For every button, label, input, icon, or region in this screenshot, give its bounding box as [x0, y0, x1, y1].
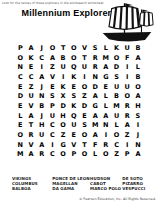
grid-cell-r11c7: T	[79, 140, 90, 150]
grid-cell-r10c2: R	[26, 130, 37, 140]
grid-cell-r6c6: S	[68, 91, 79, 101]
grid-cell-r5c7: O	[79, 82, 90, 92]
grid-cell-r4c7: I	[79, 72, 90, 82]
grid-cell-r7c11: R	[122, 101, 133, 111]
grid-cell-r6c10: B	[111, 91, 122, 101]
grid-cell-r7c1: E	[15, 101, 26, 111]
word-item: DA GAMA	[52, 186, 90, 191]
grid-cell-r1c7: V	[79, 43, 90, 53]
grid-cell-r11c10: C	[111, 140, 122, 150]
grid-cell-r12c11: P	[122, 150, 133, 160]
grid-cell-r12c2: A	[26, 150, 37, 160]
grid-cell-r4c4: V	[47, 72, 58, 82]
grid-cell-r11c6: V	[68, 140, 79, 150]
grid-cell-r12c10: Z	[111, 150, 122, 160]
grid-cell-r1c11: U	[122, 43, 133, 53]
grid-cell-r5c9: E	[101, 82, 112, 92]
grid-cell-r9c11: A	[122, 121, 133, 131]
grid-cell-r11c12: N	[133, 140, 144, 150]
word-item: VESPUCCI	[122, 186, 158, 191]
grid-cell-r5c10: U	[111, 82, 122, 92]
grid-cell-r3c11: I	[122, 62, 133, 72]
grid-cell-r12c8: L	[90, 150, 101, 160]
word-item: MARCO POLO	[90, 186, 122, 191]
grid-cell-r9c4: C	[47, 121, 58, 131]
grid-cell-r6c7: Z	[79, 91, 90, 101]
grid-cell-r2c9: M	[101, 53, 112, 63]
grid-cell-r10c6: E	[68, 130, 79, 140]
grid-cell-r4c12: B	[133, 72, 144, 82]
grid-cell-r2c1: O	[15, 53, 26, 63]
grid-cell-r12c1: M	[15, 150, 26, 160]
grid-cell-r3c7: U	[79, 62, 90, 72]
grid-cell-r8c9: A	[101, 111, 112, 121]
grid-cell-r6c11: O	[122, 91, 133, 101]
grid-cell-r3c2: E	[26, 62, 37, 72]
grid-cell-r3c8: R	[90, 62, 101, 72]
grid-cell-r7c9: L	[101, 101, 112, 111]
grid-cell-r6c8: A	[90, 91, 101, 101]
word-list-column-2: PONCE DE LEON MAGELLAN DA GAMA	[52, 176, 90, 191]
grid-cell-r2c7: T	[79, 53, 90, 63]
grid-cell-r9c6: U	[68, 121, 79, 131]
grid-cell-r4c10: S	[111, 72, 122, 82]
grid-cell-r7c4: P	[47, 101, 58, 111]
grid-cell-r3c9: A	[101, 62, 112, 72]
grid-cell-r5c11: U	[122, 82, 133, 92]
grid-cell-r6c4: S	[47, 91, 58, 101]
grid-cell-r4c3: A	[36, 72, 47, 82]
grid-cell-r6c1: D	[15, 91, 26, 101]
grid-cell-r1c6: O	[68, 43, 79, 53]
grid-cell-r5c1: E	[15, 82, 26, 92]
grid-cell-r6c12: A	[133, 91, 144, 101]
grid-cell-r10c7: O	[79, 130, 90, 140]
grid-cell-r7c2: V	[26, 101, 37, 111]
grid-cell-r9c2: T	[26, 121, 37, 131]
grid-cell-r3c12: L	[133, 62, 144, 72]
grid-cell-r8c10: U	[111, 111, 122, 121]
grid-cell-r5c12: O	[133, 82, 144, 92]
grid-cell-r6c2: U	[26, 91, 37, 101]
grid-cell-r9c1: E	[15, 121, 26, 131]
grid-cell-r10c9: I	[101, 130, 112, 140]
grid-cell-r2c3: C	[36, 53, 47, 63]
grid-cell-r1c10: K	[111, 43, 122, 53]
grid-cell-r3c3: I	[36, 62, 47, 72]
grid-cell-r1c12: B	[133, 43, 144, 53]
grid-cell-r11c9: R	[101, 140, 112, 150]
word-list-column-3: HUDSON CABOT MARCO POLO	[90, 176, 122, 191]
grid-cell-r7c3: B	[36, 101, 47, 111]
grid-cell-r1c3: J	[36, 43, 47, 53]
grid-cell-r1c4: O	[47, 43, 58, 53]
grid-cell-r1c8: S	[90, 43, 101, 53]
grid-cell-r10c5: Z	[58, 130, 69, 140]
grid-cell-r4c8: N	[90, 72, 101, 82]
grid-cell-r5c6: E	[68, 82, 79, 92]
grid-cell-r5c4: E	[47, 82, 58, 92]
copyright-notice: © Pearson Education, Inc. All Rights Res…	[79, 197, 156, 201]
grid-cell-r10c8: A	[90, 130, 101, 140]
grid-cell-r5c5: K	[58, 82, 69, 92]
grid-cell-r8c6: Q	[68, 111, 79, 121]
grid-cell-r10c12: J	[133, 130, 144, 140]
grid-cell-r1c5: T	[58, 43, 69, 53]
grid-cell-r8c8: A	[90, 111, 101, 121]
grid-cell-r8c4: U	[47, 111, 58, 121]
grid-cell-r2c12: A	[133, 53, 144, 63]
grid-cell-r9c12: I	[133, 121, 144, 131]
grid-cell-r7c7: D	[79, 101, 90, 111]
grid-cell-r8c2: A	[26, 111, 37, 121]
grid-cell-r11c3: A	[36, 140, 47, 150]
grid-cell-r12c4: C	[47, 150, 58, 160]
grid-cell-r2c4: A	[47, 53, 58, 63]
grid-cell-r10c10: O	[111, 130, 122, 140]
grid-cell-r7c8: G	[90, 101, 101, 111]
grid-cell-r12c12: A	[133, 150, 144, 160]
grid-cell-r11c1: N	[15, 140, 26, 150]
grid-cell-r2c5: B	[58, 53, 69, 63]
grid-cell-r6c5: X	[58, 91, 69, 101]
sailing-ship-icon	[100, 2, 154, 44]
grid-cell-r4c11: I	[122, 72, 133, 82]
word-list-column-1: VIKINGS COLUMBUS BALBOA	[12, 176, 52, 191]
grid-cell-r7c6: K	[68, 101, 79, 111]
grid-cell-r8c7: E	[79, 111, 90, 121]
grid-cell-r12c6: P	[68, 150, 79, 160]
grid-cell-r9c3: H	[36, 121, 47, 131]
grid-cell-r12c7: O	[79, 150, 90, 160]
grid-cell-r2c11: F	[122, 53, 133, 63]
grid-cell-r8c3: J	[36, 111, 47, 121]
grid-cell-r3c6: Q	[68, 62, 79, 72]
grid-cell-r4c5: I	[58, 72, 69, 82]
grid-cell-r4c1: C	[15, 72, 26, 82]
grid-cell-r11c8: F	[90, 140, 101, 150]
grid-cell-r3c4: Z	[47, 62, 58, 72]
grid-cell-r4c2: C	[26, 72, 37, 82]
grid-cell-r9c10: L	[111, 121, 122, 131]
grid-cell-r9c5: O	[58, 121, 69, 131]
grid-cell-r3c5: U	[58, 62, 69, 72]
word-list: VIKINGS COLUMBUS BALBOA PONCE DE LEON MA…	[12, 176, 158, 191]
grid-cell-r7c12: H	[133, 101, 144, 111]
grid-cell-r7c10: M	[111, 101, 122, 111]
grid-cell-r9c8: M	[90, 121, 101, 131]
grid-cell-r2c8: R	[90, 53, 101, 63]
grid-cell-r9c7: S	[79, 121, 90, 131]
grid-cell-r12c3: R	[36, 150, 47, 160]
grid-cell-r1c9: L	[101, 43, 112, 53]
grid-cell-r10c1: O	[15, 130, 26, 140]
grid-cell-r8c1: L	[15, 111, 26, 121]
grid-cell-r2c2: K	[26, 53, 37, 63]
grid-cell-r10c3: U	[36, 130, 47, 140]
grid-cell-r4c9: G	[101, 72, 112, 82]
grid-cell-r12c9: O	[101, 150, 112, 160]
grid-cell-r11c2: V	[26, 140, 37, 150]
grid-cell-r3c10: D	[111, 62, 122, 72]
grid-cell-r9c9: N	[101, 121, 112, 131]
worksheet-page: Look for the names of these explorers in…	[0, 0, 160, 207]
grid-cell-r8c5: H	[58, 111, 69, 121]
grid-cell-r5c8: D	[90, 82, 101, 92]
grid-cell-r10c4: C	[47, 130, 58, 140]
grid-cell-r3c1: N	[15, 62, 26, 72]
grid-cell-r2c6: O	[68, 53, 79, 63]
grid-cell-r8c12: S	[133, 111, 144, 121]
grid-cell-r4c6: K	[68, 72, 79, 82]
grid-cell-r7c5: D	[58, 101, 69, 111]
grid-cell-r8c11: R	[122, 111, 133, 121]
word-list-column-4: DE SOTO PIZARRO VESPUCCI	[122, 176, 158, 191]
wordsearch-grid: PAJOTOVSLKUBOKCABOTRMOFANEIZUQURADILCCAV…	[15, 43, 143, 159]
worksheet-caption: Look for the names of these explorers in…	[2, 1, 103, 5]
word-item: BALBOA	[12, 186, 52, 191]
grid-cell-r1c1: P	[15, 43, 26, 53]
grid-cell-r5c2: Z	[26, 82, 37, 92]
grid-cell-r2c10: O	[111, 53, 122, 63]
grid-cell-r10c11: Z	[122, 130, 133, 140]
grid-cell-r5c3: J	[36, 82, 47, 92]
grid-cell-r11c11: I	[122, 140, 133, 150]
grid-cell-r6c9: L	[101, 91, 112, 101]
grid-cell-r11c4: I	[47, 140, 58, 150]
grid-cell-r1c2: A	[26, 43, 37, 53]
grid-cell-r6c3: N	[36, 91, 47, 101]
grid-cell-r12c5: O	[58, 150, 69, 160]
grid-cell-r11c5: G	[58, 140, 69, 150]
